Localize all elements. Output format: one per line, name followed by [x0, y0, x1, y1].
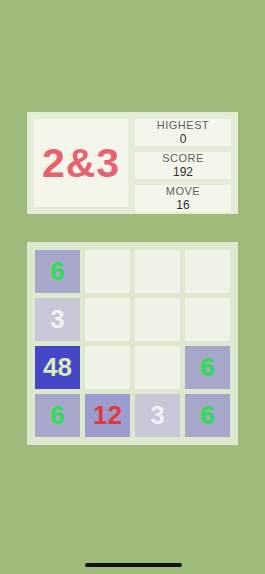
tile-3: 3 — [135, 394, 180, 437]
empty-cell — [85, 250, 130, 293]
empty-cell — [135, 346, 180, 389]
tile-6: 6 — [185, 346, 230, 389]
tile-48: 48 — [35, 346, 80, 389]
tile-6: 6 — [35, 250, 80, 293]
tile-12: 12 — [85, 394, 130, 437]
empty-cell — [85, 298, 130, 341]
tile-6: 6 — [35, 394, 80, 437]
stats-column: HIGHEST 0 SCORE 192 MOVE 16 — [135, 119, 231, 207]
empty-cell — [185, 250, 230, 293]
stat-card-highest: HIGHEST 0 — [135, 119, 231, 146]
logo-text: 2&3 — [42, 140, 120, 187]
stat-label-score: SCORE — [162, 152, 204, 165]
tile-3: 3 — [35, 298, 80, 341]
stat-value-highest: 0 — [180, 132, 187, 146]
stat-card-move: MOVE 16 — [135, 185, 231, 212]
header-panel: 2&3 HIGHEST 0 SCORE 192 MOVE 16 — [27, 112, 238, 214]
game-board[interactable]: 6348661236 — [27, 242, 238, 445]
stat-card-score: SCORE 192 — [135, 152, 231, 179]
app-screen: 2&3 HIGHEST 0 SCORE 192 MOVE 16 63486612… — [0, 0, 265, 574]
empty-cell — [135, 250, 180, 293]
stat-label-move: MOVE — [166, 185, 200, 198]
empty-cell — [185, 298, 230, 341]
stat-label-highest: HIGHEST — [157, 119, 209, 132]
logo-card: 2&3 — [34, 119, 128, 207]
home-indicator[interactable] — [85, 563, 182, 567]
tile-6: 6 — [185, 394, 230, 437]
empty-cell — [135, 298, 180, 341]
empty-cell — [85, 346, 130, 389]
stat-value-score: 192 — [173, 165, 193, 179]
stat-value-move: 16 — [176, 198, 189, 212]
